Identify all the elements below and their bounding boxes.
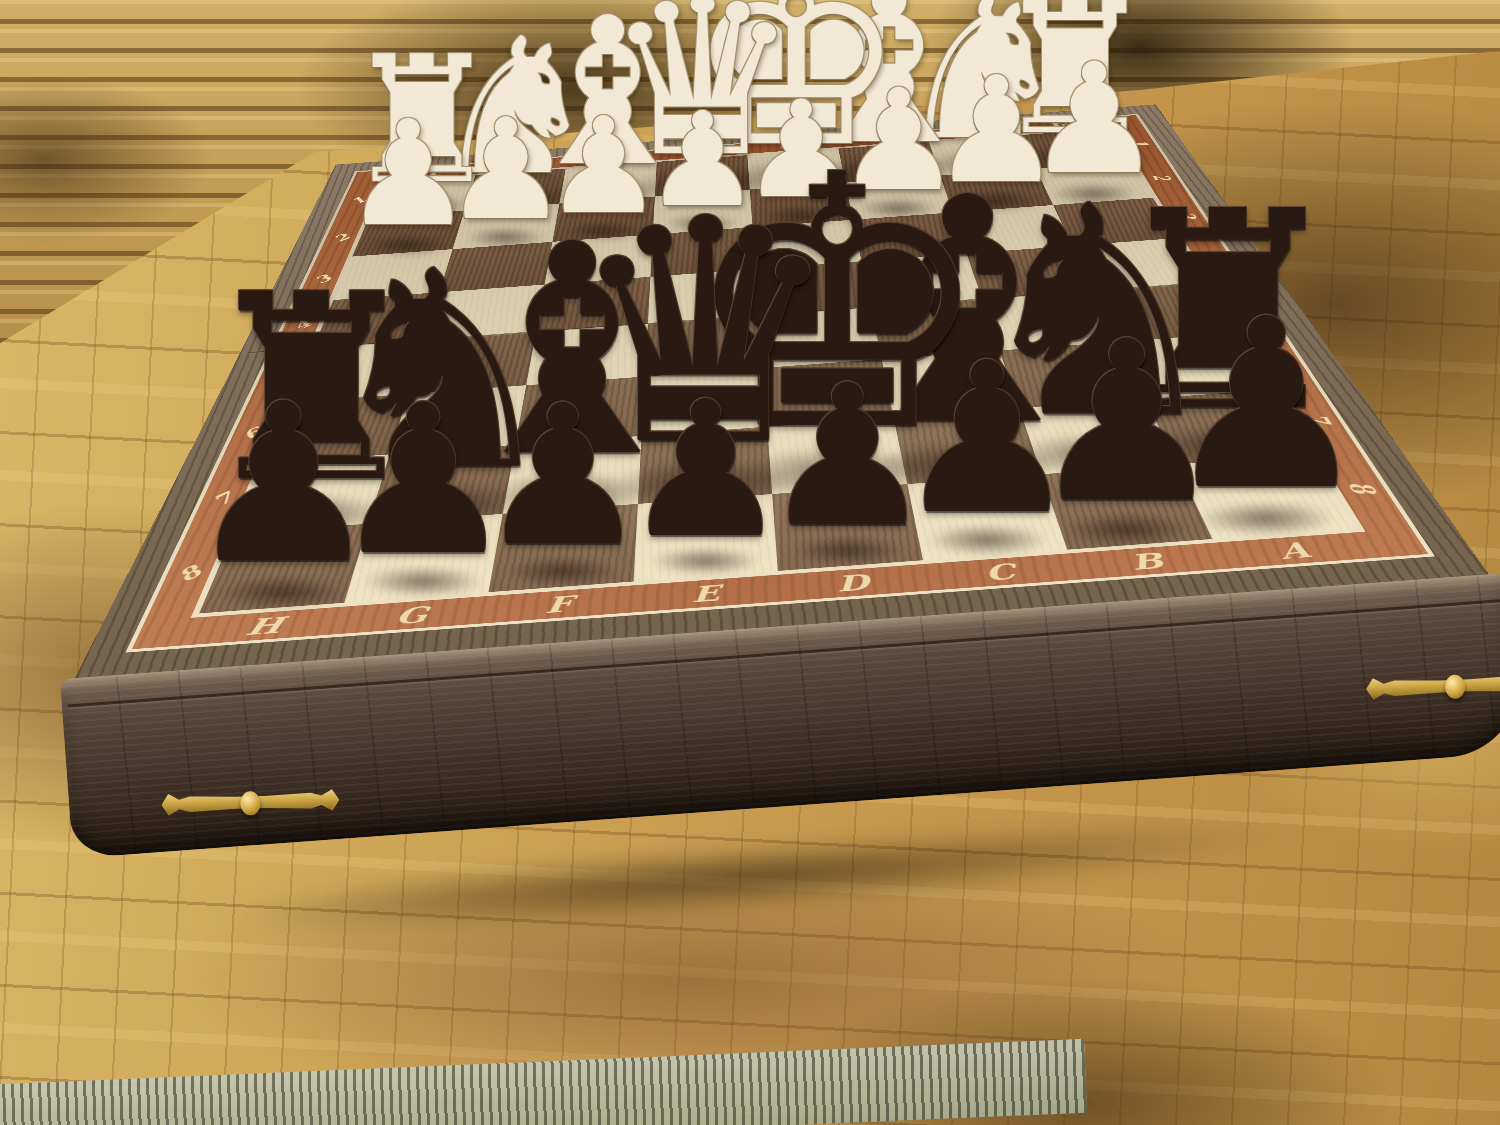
clasp-knob	[1445, 674, 1466, 699]
clasp-knob	[240, 791, 261, 816]
file-label-near-g: G	[393, 601, 431, 629]
file-label-near-f: F	[544, 591, 573, 618]
clasp-bar	[1366, 667, 1500, 704]
black-pawn-h8[interactable]: ♟	[185, 376, 382, 596]
file-label-near-c: C	[982, 558, 1018, 585]
file-label-near-a: A	[1273, 537, 1315, 563]
file-label-near-e: E	[692, 580, 720, 607]
file-label-near-h: H	[243, 612, 287, 641]
file-label-near-d: D	[835, 569, 870, 596]
file-label-near-b: B	[1126, 548, 1167, 575]
brass-clasp-left	[161, 785, 340, 820]
brass-clasp-right	[1366, 667, 1500, 704]
scene: HGFEDCBA HGFEDCBA 12345678 12345678 ♟♟♟♟…	[0, 0, 1500, 1125]
